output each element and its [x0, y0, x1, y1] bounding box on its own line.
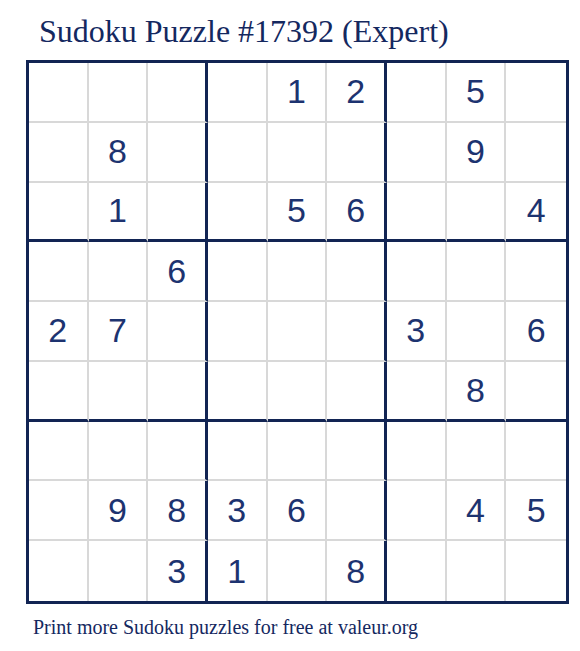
cell-r9c3: 3 — [148, 541, 208, 601]
cell-r8c1 — [29, 481, 89, 541]
cell-r7c3 — [148, 422, 208, 482]
cell-r6c3 — [148, 362, 208, 422]
cell-r8c5: 6 — [268, 481, 328, 541]
cell-r6c2 — [89, 362, 149, 422]
cell-r5c2: 7 — [89, 302, 149, 362]
cell-r5c7: 3 — [387, 302, 447, 362]
cell-r1c1 — [29, 63, 89, 123]
cell-r4c3: 6 — [148, 242, 208, 302]
cell-r1c6: 2 — [327, 63, 387, 123]
cell-r5c8 — [447, 302, 507, 362]
cell-r9c2 — [89, 541, 149, 601]
cell-r6c9 — [506, 362, 566, 422]
cell-r8c8: 4 — [447, 481, 507, 541]
cell-r8c9: 5 — [506, 481, 566, 541]
cell-r6c5 — [268, 362, 328, 422]
cell-r9c9 — [506, 541, 566, 601]
cell-r1c9 — [506, 63, 566, 123]
cell-r2c4 — [208, 123, 268, 183]
cell-r3c4 — [208, 183, 268, 243]
cell-r8c2: 9 — [89, 481, 149, 541]
cell-r3c8 — [447, 183, 507, 243]
cell-r7c8 — [447, 422, 507, 482]
cell-r4c5 — [268, 242, 328, 302]
cell-r4c4 — [208, 242, 268, 302]
cell-r6c1 — [29, 362, 89, 422]
cell-r7c1 — [29, 422, 89, 482]
cell-r1c5: 1 — [268, 63, 328, 123]
cell-r4c9 — [506, 242, 566, 302]
cell-r6c8: 8 — [447, 362, 507, 422]
cell-r8c3: 8 — [148, 481, 208, 541]
cell-r5c4 — [208, 302, 268, 362]
cell-r6c6 — [327, 362, 387, 422]
cell-r7c4 — [208, 422, 268, 482]
cell-r1c3 — [148, 63, 208, 123]
cell-r5c3 — [148, 302, 208, 362]
cell-r7c2 — [89, 422, 149, 482]
cell-r9c1 — [29, 541, 89, 601]
cell-r8c7 — [387, 481, 447, 541]
page-title: Sudoku Puzzle #17392 (Expert) — [39, 12, 449, 50]
cell-r3c6: 6 — [327, 183, 387, 243]
cell-r2c5 — [268, 123, 328, 183]
cell-r2c3 — [148, 123, 208, 183]
cell-r2c1 — [29, 123, 89, 183]
cell-r5c9: 6 — [506, 302, 566, 362]
cell-r4c8 — [447, 242, 507, 302]
cell-r8c6 — [327, 481, 387, 541]
cell-r9c7 — [387, 541, 447, 601]
cell-r5c6 — [327, 302, 387, 362]
cell-r3c3 — [148, 183, 208, 243]
cell-r5c5 — [268, 302, 328, 362]
sudoku-grid: 125891564627368983645318 — [26, 60, 569, 604]
cell-r1c7 — [387, 63, 447, 123]
cell-r3c7 — [387, 183, 447, 243]
cell-r9c8 — [447, 541, 507, 601]
cell-r1c4 — [208, 63, 268, 123]
cell-r4c2 — [89, 242, 149, 302]
cell-r9c5 — [268, 541, 328, 601]
cell-r9c6: 8 — [327, 541, 387, 601]
cell-r2c9 — [506, 123, 566, 183]
cell-r6c4 — [208, 362, 268, 422]
cell-r3c2: 1 — [89, 183, 149, 243]
cell-r9c4: 1 — [208, 541, 268, 601]
cell-r1c8: 5 — [447, 63, 507, 123]
cell-r3c5: 5 — [268, 183, 328, 243]
cell-r4c7 — [387, 242, 447, 302]
cell-r2c8: 9 — [447, 123, 507, 183]
cell-r4c6 — [327, 242, 387, 302]
cell-r6c7 — [387, 362, 447, 422]
footer-credit-text: Print more Sudoku puzzles for free at va… — [33, 615, 418, 640]
cell-r5c1: 2 — [29, 302, 89, 362]
cell-r7c9 — [506, 422, 566, 482]
cell-r3c9: 4 — [506, 183, 566, 243]
cell-r1c2 — [89, 63, 149, 123]
cell-r2c2: 8 — [89, 123, 149, 183]
cell-r7c7 — [387, 422, 447, 482]
cell-r7c6 — [327, 422, 387, 482]
cell-r2c6 — [327, 123, 387, 183]
cell-r3c1 — [29, 183, 89, 243]
cell-r4c1 — [29, 242, 89, 302]
cell-r2c7 — [387, 123, 447, 183]
cell-r7c5 — [268, 422, 328, 482]
cell-r8c4: 3 — [208, 481, 268, 541]
